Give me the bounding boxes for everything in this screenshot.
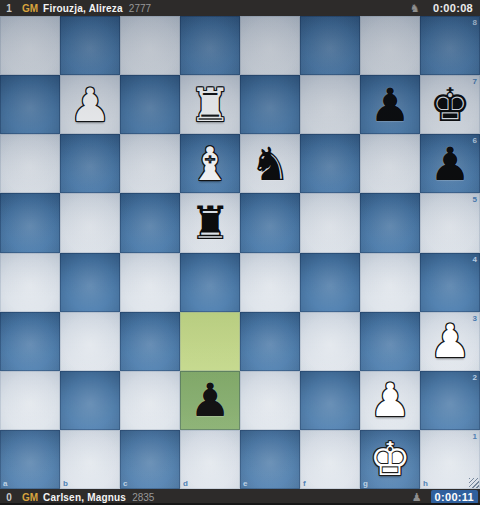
square-c7[interactable]	[120, 75, 180, 134]
square-a3[interactable]	[0, 312, 60, 371]
square-b6[interactable]	[60, 134, 120, 193]
square-d2[interactable]: ♟	[180, 371, 240, 430]
square-a7[interactable]	[0, 75, 60, 134]
square-d8[interactable]	[180, 16, 240, 75]
square-e1[interactable]: e	[240, 430, 300, 489]
square-e5[interactable]	[240, 193, 300, 252]
square-b2[interactable]	[60, 371, 120, 430]
square-f3[interactable]	[300, 312, 360, 371]
square-d5[interactable]: ♜	[180, 193, 240, 252]
bottom-player-clock: 0:00:11	[431, 490, 478, 504]
square-f1[interactable]: f	[300, 430, 360, 489]
rank-label-8: 8	[473, 18, 477, 27]
bottom-player-rating: 2835	[132, 492, 154, 503]
top-player-score: 1	[2, 3, 16, 14]
knight-icon: ♞	[410, 3, 420, 14]
chess-board[interactable]: 8♟♜♟♚7♝♞♟6♜54♟3♟♟2abcdef♚g1h	[0, 16, 480, 489]
square-e7[interactable]	[240, 75, 300, 134]
white-bishop-d6[interactable]: ♝	[180, 134, 240, 193]
square-c6[interactable]	[120, 134, 180, 193]
square-b1[interactable]: b	[60, 430, 120, 489]
square-e2[interactable]	[240, 371, 300, 430]
square-e6[interactable]: ♞	[240, 134, 300, 193]
square-f8[interactable]	[300, 16, 360, 75]
resize-grip[interactable]	[469, 478, 479, 488]
black-knight-e6[interactable]: ♞	[240, 134, 300, 193]
square-d1[interactable]: d	[180, 430, 240, 489]
square-f7[interactable]	[300, 75, 360, 134]
square-h2[interactable]: 2	[420, 371, 480, 430]
top-player-title: GM	[22, 3, 38, 14]
square-e8[interactable]	[240, 16, 300, 75]
square-f2[interactable]	[300, 371, 360, 430]
square-h6[interactable]: ♟6	[420, 134, 480, 193]
square-a5[interactable]	[0, 193, 60, 252]
top-player-rating: 2777	[129, 3, 151, 14]
square-c1[interactable]: c	[120, 430, 180, 489]
top-player-clock: 0:00:08	[429, 1, 477, 15]
square-e3[interactable]	[240, 312, 300, 371]
square-g1[interactable]: ♚g	[360, 430, 420, 489]
top-player-name: Firouzja, Alireza	[43, 3, 123, 14]
black-pawn-d2[interactable]: ♟	[180, 371, 240, 430]
square-a4[interactable]	[0, 253, 60, 312]
rank-label-1: 1	[473, 432, 477, 441]
square-a2[interactable]	[0, 371, 60, 430]
square-b8[interactable]	[60, 16, 120, 75]
rank-label-2: 2	[473, 373, 477, 382]
square-a8[interactable]	[0, 16, 60, 75]
square-c2[interactable]	[120, 371, 180, 430]
square-g4[interactable]	[360, 253, 420, 312]
bottom-player-score: 0	[2, 492, 16, 503]
square-h7[interactable]: ♚7	[420, 75, 480, 134]
square-f4[interactable]	[300, 253, 360, 312]
square-f5[interactable]	[300, 193, 360, 252]
square-g3[interactable]	[360, 312, 420, 371]
black-rook-d5[interactable]: ♜	[180, 193, 240, 252]
square-b3[interactable]	[60, 312, 120, 371]
file-label-h: h	[423, 479, 428, 488]
black-king-h7[interactable]: ♚	[420, 75, 480, 134]
square-g5[interactable]	[360, 193, 420, 252]
file-label-e: e	[243, 479, 247, 488]
white-rook-d7[interactable]: ♜	[180, 75, 240, 134]
chess-app-window: 1 GM Firouzja, Alireza 2777 ♞ 0:00:08 8♟…	[0, 0, 480, 505]
square-a6[interactable]	[0, 134, 60, 193]
square-e4[interactable]	[240, 253, 300, 312]
square-g7[interactable]: ♟	[360, 75, 420, 134]
square-c4[interactable]	[120, 253, 180, 312]
square-d6[interactable]: ♝	[180, 134, 240, 193]
square-g2[interactable]: ♟	[360, 371, 420, 430]
rank-label-4: 4	[473, 255, 477, 264]
file-label-d: d	[183, 479, 188, 488]
square-c3[interactable]	[120, 312, 180, 371]
file-label-f: f	[303, 479, 306, 488]
square-d3[interactable]	[180, 312, 240, 371]
square-g8[interactable]	[360, 16, 420, 75]
square-h3[interactable]: ♟3	[420, 312, 480, 371]
file-label-c: c	[123, 479, 127, 488]
white-pawn-g2[interactable]: ♟	[360, 371, 420, 430]
top-player-bar: 1 GM Firouzja, Alireza 2777 ♞ 0:00:08	[0, 0, 480, 16]
square-d7[interactable]: ♜	[180, 75, 240, 134]
square-h4[interactable]: 4	[420, 253, 480, 312]
bottom-player-title: GM	[22, 492, 38, 503]
square-b7[interactable]: ♟	[60, 75, 120, 134]
white-king-g1[interactable]: ♚	[360, 430, 420, 489]
black-pawn-h6[interactable]: ♟	[420, 134, 480, 193]
square-h8[interactable]: 8	[420, 16, 480, 75]
rank-label-5: 5	[473, 195, 477, 204]
file-label-a: a	[3, 479, 7, 488]
file-label-b: b	[63, 479, 68, 488]
square-h5[interactable]: 5	[420, 193, 480, 252]
white-pawn-h3[interactable]: ♟	[420, 312, 480, 371]
square-a1[interactable]: a	[0, 430, 60, 489]
bottom-player-name: Carlsen, Magnus	[43, 492, 126, 503]
square-c8[interactable]	[120, 16, 180, 75]
square-g6[interactable]	[360, 134, 420, 193]
square-f6[interactable]	[300, 134, 360, 193]
pawn-icon: ♟	[412, 492, 422, 503]
square-d4[interactable]	[180, 253, 240, 312]
square-c5[interactable]	[120, 193, 180, 252]
white-pawn-b7[interactable]: ♟	[60, 75, 120, 134]
square-b5[interactable]	[60, 193, 120, 252]
black-pawn-g7[interactable]: ♟	[360, 75, 420, 134]
square-b4[interactable]	[60, 253, 120, 312]
